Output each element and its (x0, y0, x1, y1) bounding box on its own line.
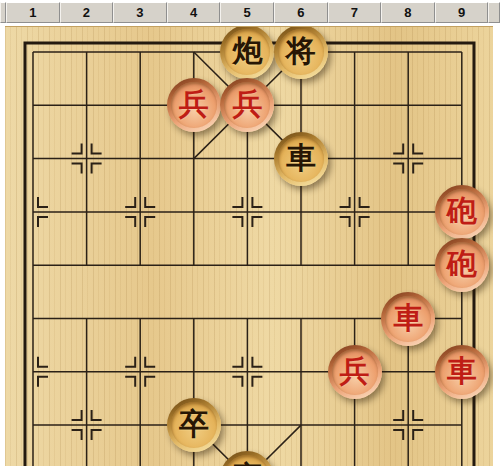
piece-face: 車 (385, 296, 431, 342)
piece-glyph: 砲 (447, 196, 477, 226)
piece-face: 車 (278, 136, 324, 182)
black-soldier[interactable]: 卒 (167, 398, 221, 452)
file-number-header: 123456789 (0, 2, 500, 23)
file-header-5: 5 (220, 2, 274, 23)
red-cannon[interactable]: 砲 (435, 185, 489, 239)
file-header-7: 7 (328, 2, 382, 23)
file-header-2: 2 (60, 2, 114, 23)
piece-face: 兵 (171, 82, 217, 128)
red-chariot[interactable]: 車 (381, 292, 435, 346)
red-cannon[interactable]: 砲 (435, 238, 489, 292)
black-general[interactable]: 将 (274, 26, 328, 79)
piece-glyph: 車 (393, 303, 423, 333)
piece-glyph: 兵 (340, 356, 370, 386)
header-right-stub (488, 2, 500, 23)
red-chariot[interactable]: 車 (435, 345, 489, 399)
piece-glyph: 卒 (232, 462, 262, 466)
piece-glyph: 将 (286, 36, 316, 66)
piece-glyph: 炮 (232, 36, 262, 66)
piece-face: 将 (278, 29, 324, 75)
piece-face: 卒 (224, 455, 270, 466)
file-header-1: 1 (6, 2, 60, 23)
red-soldier[interactable]: 兵 (167, 78, 221, 132)
piece-glyph: 車 (286, 143, 316, 173)
piece-face: 兵 (332, 349, 378, 395)
piece-glyph: 砲 (447, 249, 477, 279)
piece-face: 炮 (224, 29, 270, 75)
piece-face: 砲 (439, 189, 485, 235)
file-header-3: 3 (113, 2, 167, 23)
piece-face: 砲 (439, 242, 485, 288)
xiangqi-app-window: 123456789 炮将兵兵車砲砲車兵車卒卒 (0, 0, 500, 466)
xiangqi-board: 炮将兵兵車砲砲車兵車卒卒 (5, 26, 493, 466)
black-chariot[interactable]: 車 (274, 132, 328, 186)
red-soldier[interactable]: 兵 (328, 345, 382, 399)
piece-face: 卒 (171, 402, 217, 448)
file-header-4: 4 (167, 2, 221, 23)
piece-glyph: 車 (447, 356, 477, 386)
piece-glyph: 兵 (179, 89, 209, 119)
piece-glyph: 卒 (179, 409, 209, 439)
file-header-8: 8 (381, 2, 435, 23)
file-header-9: 9 (435, 2, 489, 23)
piece-face: 車 (439, 349, 485, 395)
piece-glyph: 兵 (232, 89, 262, 119)
piece-face: 兵 (224, 82, 270, 128)
file-header-6: 6 (274, 2, 328, 23)
